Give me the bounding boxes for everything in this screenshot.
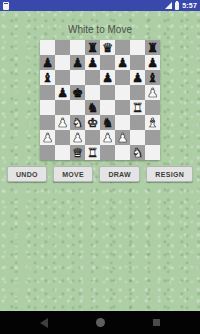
square-h7[interactable]: ♟ bbox=[145, 55, 160, 70]
piece-black-pawn[interactable]: ♟ bbox=[42, 55, 53, 70]
square-d7[interactable]: ♟ bbox=[85, 55, 100, 70]
square-e8[interactable]: ♛ bbox=[100, 40, 115, 55]
square-a4[interactable] bbox=[40, 100, 55, 115]
square-g6[interactable]: ♟ bbox=[130, 70, 145, 85]
square-b2[interactable] bbox=[55, 130, 70, 145]
square-c1[interactable]: ♛ bbox=[70, 145, 85, 160]
square-c5[interactable]: ♚ bbox=[70, 85, 85, 100]
square-c7[interactable]: ♟ bbox=[70, 55, 85, 70]
piece-black-queen[interactable]: ♛ bbox=[102, 40, 113, 55]
square-g1[interactable]: ♞ bbox=[130, 145, 145, 160]
square-c2[interactable]: ♟ bbox=[70, 130, 85, 145]
square-c3[interactable]: ♞ bbox=[70, 115, 85, 130]
square-h8[interactable]: ♜ bbox=[145, 40, 160, 55]
piece-white-rook[interactable]: ♜ bbox=[87, 145, 98, 160]
square-h3[interactable]: ♝ bbox=[145, 115, 160, 130]
piece-white-pawn[interactable]: ♟ bbox=[57, 115, 68, 130]
button-row: UNDO MOVE DRAW RESIGN bbox=[0, 166, 200, 182]
square-e6[interactable]: ♟ bbox=[100, 70, 115, 85]
square-h1[interactable] bbox=[145, 145, 160, 160]
square-b8[interactable] bbox=[55, 40, 70, 55]
status-bar: 5:57 bbox=[0, 0, 200, 11]
square-e7[interactable] bbox=[100, 55, 115, 70]
piece-black-bishop[interactable]: ♝ bbox=[147, 70, 158, 85]
square-b3[interactable]: ♟ bbox=[55, 115, 70, 130]
board-container: ♜♛♜♟♟♟♟♟♝♟♟♝♟♚♟♞♜♟♞♚♞♝♟♟♟♟♛♜♞ bbox=[0, 40, 200, 160]
square-g4[interactable]: ♜ bbox=[130, 100, 145, 115]
square-d3[interactable]: ♚ bbox=[85, 115, 100, 130]
piece-white-queen[interactable]: ♛ bbox=[72, 145, 83, 160]
square-g7[interactable] bbox=[130, 55, 145, 70]
square-a5[interactable] bbox=[40, 85, 55, 100]
draw-button[interactable]: DRAW bbox=[99, 166, 140, 182]
move-button[interactable]: MOVE bbox=[53, 166, 93, 182]
square-b5[interactable]: ♟ bbox=[55, 85, 70, 100]
piece-white-pawn[interactable]: ♟ bbox=[147, 85, 158, 100]
recents-icon[interactable] bbox=[153, 319, 160, 326]
square-f8[interactable] bbox=[115, 40, 130, 55]
square-d8[interactable]: ♜ bbox=[85, 40, 100, 55]
square-c4[interactable] bbox=[70, 100, 85, 115]
piece-black-pawn[interactable]: ♟ bbox=[102, 70, 113, 85]
square-b4[interactable] bbox=[55, 100, 70, 115]
piece-black-knight[interactable]: ♞ bbox=[87, 100, 98, 115]
piece-white-pawn[interactable]: ♟ bbox=[117, 130, 128, 145]
back-icon[interactable] bbox=[40, 318, 48, 328]
resign-button[interactable]: RESIGN bbox=[146, 166, 193, 182]
undo-button[interactable]: UNDO bbox=[7, 166, 47, 182]
square-f6[interactable] bbox=[115, 70, 130, 85]
square-d5[interactable] bbox=[85, 85, 100, 100]
square-g3[interactable] bbox=[130, 115, 145, 130]
square-e4[interactable] bbox=[100, 100, 115, 115]
square-b1[interactable] bbox=[55, 145, 70, 160]
square-b6[interactable] bbox=[55, 70, 70, 85]
square-d2[interactable] bbox=[85, 130, 100, 145]
square-g2[interactable] bbox=[130, 130, 145, 145]
square-f7[interactable]: ♟ bbox=[115, 55, 130, 70]
square-h5[interactable]: ♟ bbox=[145, 85, 160, 100]
piece-white-pawn[interactable]: ♟ bbox=[72, 130, 83, 145]
square-f1[interactable] bbox=[115, 145, 130, 160]
piece-black-rook[interactable]: ♜ bbox=[147, 40, 158, 55]
square-f4[interactable] bbox=[115, 100, 130, 115]
piece-black-pawn[interactable]: ♟ bbox=[132, 70, 143, 85]
signal-icon bbox=[165, 2, 172, 9]
android-nav-bar bbox=[0, 311, 200, 334]
clock-text: 5:57 bbox=[182, 2, 197, 9]
square-a6[interactable]: ♝ bbox=[40, 70, 55, 85]
square-h2[interactable] bbox=[145, 130, 160, 145]
square-f3[interactable] bbox=[115, 115, 130, 130]
piece-black-king[interactable]: ♚ bbox=[72, 85, 83, 100]
square-d6[interactable] bbox=[85, 70, 100, 85]
square-a8[interactable] bbox=[40, 40, 55, 55]
battery-icon bbox=[175, 2, 179, 10]
square-g8[interactable] bbox=[130, 40, 145, 55]
square-d1[interactable]: ♜ bbox=[85, 145, 100, 160]
square-h6[interactable]: ♝ bbox=[145, 70, 160, 85]
square-e2[interactable]: ♟ bbox=[100, 130, 115, 145]
square-e1[interactable] bbox=[100, 145, 115, 160]
square-f5[interactable] bbox=[115, 85, 130, 100]
square-a7[interactable]: ♟ bbox=[40, 55, 55, 70]
square-a2[interactable]: ♟ bbox=[40, 130, 55, 145]
piece-black-bishop[interactable]: ♝ bbox=[42, 70, 53, 85]
piece-white-knight[interactable]: ♞ bbox=[132, 145, 143, 160]
piece-black-rook[interactable]: ♜ bbox=[87, 40, 98, 55]
page-title: White to Move bbox=[0, 11, 200, 40]
piece-white-bishop[interactable]: ♝ bbox=[147, 115, 158, 130]
square-a1[interactable] bbox=[40, 145, 55, 160]
square-b7[interactable] bbox=[55, 55, 70, 70]
square-e5[interactable] bbox=[100, 85, 115, 100]
piece-black-pawn[interactable]: ♟ bbox=[87, 55, 98, 70]
square-d4[interactable]: ♞ bbox=[85, 100, 100, 115]
piece-black-pawn[interactable]: ♟ bbox=[57, 85, 68, 100]
piece-white-pawn[interactable]: ♟ bbox=[102, 130, 113, 145]
square-g5[interactable] bbox=[130, 85, 145, 100]
square-c6[interactable] bbox=[70, 70, 85, 85]
piece-white-rook[interactable]: ♜ bbox=[132, 100, 143, 115]
chess-board[interactable]: ♜♛♜♟♟♟♟♟♝♟♟♝♟♚♟♞♜♟♞♚♞♝♟♟♟♟♛♜♞ bbox=[40, 40, 160, 160]
piece-black-pawn[interactable]: ♟ bbox=[72, 55, 83, 70]
piece-black-knight[interactable]: ♞ bbox=[102, 115, 113, 130]
square-c8[interactable] bbox=[70, 40, 85, 55]
piece-black-pawn[interactable]: ♟ bbox=[147, 55, 158, 70]
piece-white-knight[interactable]: ♞ bbox=[72, 115, 83, 130]
piece-white-pawn[interactable]: ♟ bbox=[42, 130, 53, 145]
piece-white-king[interactable]: ♚ bbox=[87, 115, 98, 130]
notification-icon bbox=[3, 2, 9, 10]
square-e3[interactable]: ♞ bbox=[100, 115, 115, 130]
square-h4[interactable] bbox=[145, 100, 160, 115]
home-icon[interactable] bbox=[96, 318, 105, 327]
square-f2[interactable]: ♟ bbox=[115, 130, 130, 145]
app-screen: 5:57 White to Move ♜♛♜♟♟♟♟♟♝♟♟♝♟♚♟♞♜♟♞♚♞… bbox=[0, 0, 200, 334]
piece-black-pawn[interactable]: ♟ bbox=[117, 55, 128, 70]
square-a3[interactable] bbox=[40, 115, 55, 130]
